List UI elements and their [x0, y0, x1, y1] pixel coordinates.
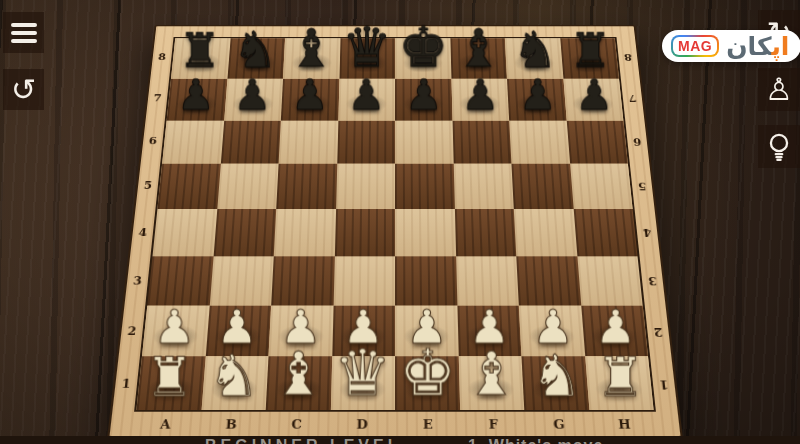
persian-wordmark: اپکان	[726, 34, 789, 59]
square-f3[interactable]	[456, 256, 519, 305]
square-f4[interactable]	[454, 209, 516, 256]
piece-white-pawn[interactable]: ♟	[153, 304, 195, 351]
square-b4[interactable]	[213, 209, 276, 256]
square-a5[interactable]	[157, 164, 220, 209]
wordmark-orange: اپ	[771, 32, 789, 61]
square-e5[interactable]	[395, 164, 454, 209]
lightbulb-icon	[765, 132, 793, 162]
status-bar: BEGINNER LEVEL 1. White's move	[0, 436, 800, 444]
restart-icon: ↺	[11, 75, 36, 105]
mag-badge: MAG	[671, 35, 719, 57]
hint-button[interactable]	[758, 125, 800, 168]
rank-label: 6	[625, 120, 649, 164]
file-label: C	[263, 414, 329, 437]
square-b3[interactable]	[209, 256, 273, 305]
square-h7[interactable]: ♟	[563, 79, 623, 121]
piece-white-king[interactable]: ♚	[399, 340, 456, 404]
file-label: B	[197, 414, 264, 437]
piece-black-king[interactable]: ♚	[398, 19, 448, 74]
file-label: G	[526, 414, 593, 437]
square-b1[interactable]: ♞	[201, 356, 268, 409]
file-label: F	[460, 414, 526, 437]
piece-white-rook[interactable]: ♜	[596, 350, 645, 404]
rank-label: 5	[630, 163, 655, 209]
chess-board[interactable]: 87654321 87654321 ABCDEFGH ♜♞♝♛♚♝♞♜♟♟♟♟♟…	[133, 0, 657, 444]
board-squares: ♜♞♝♛♚♝♞♜♟♟♟♟♟♟♟♟♟♟♟♟♟♟♟♟♜♞♝♛♚♝♞♜	[134, 37, 656, 412]
piece-black-pawn[interactable]: ♟	[405, 74, 443, 116]
square-e6[interactable]	[395, 120, 453, 163]
piece-black-knight[interactable]: ♞	[233, 25, 278, 75]
square-g6[interactable]	[509, 120, 569, 163]
piece-black-pawn[interactable]: ♟	[234, 74, 272, 116]
wordmark-gray: کان	[726, 32, 771, 61]
piece-black-knight[interactable]: ♞	[512, 25, 557, 75]
square-d6[interactable]	[337, 120, 395, 163]
file-label: D	[329, 414, 395, 437]
board-3d-tilt: 87654321 87654321 ABCDEFGH ♜♞♝♛♚♝♞♜♟♟♟♟♟…	[107, 25, 683, 438]
level-indicator: BEGINNER LEVEL	[205, 437, 401, 444]
square-b5[interactable]	[217, 164, 279, 209]
square-g7[interactable]: ♟	[507, 79, 566, 121]
file-label: E	[395, 414, 461, 437]
piece-black-pawn[interactable]: ♟	[291, 74, 329, 116]
square-b6[interactable]	[220, 120, 280, 163]
square-f6[interactable]	[452, 120, 511, 163]
square-f7[interactable]: ♟	[451, 79, 509, 121]
piece-white-queen[interactable]: ♛	[334, 340, 391, 404]
square-d4[interactable]	[334, 209, 395, 256]
square-h4[interactable]	[573, 209, 637, 256]
square-g5[interactable]	[511, 164, 573, 209]
square-a4[interactable]	[152, 209, 216, 256]
piece-black-pawn[interactable]: ♟	[177, 74, 215, 116]
square-h5[interactable]	[570, 164, 633, 209]
square-c7[interactable]: ♟	[281, 79, 339, 121]
square-f1[interactable]: ♝	[458, 356, 524, 409]
square-e3[interactable]	[395, 256, 457, 305]
square-g4[interactable]	[514, 209, 577, 256]
piece-black-pawn[interactable]: ♟	[576, 74, 614, 116]
piece-white-bishop[interactable]: ♝	[465, 345, 518, 405]
square-d7[interactable]: ♟	[338, 79, 395, 121]
square-g3[interactable]	[516, 256, 580, 305]
file-labels-bottom: ABCDEFGH	[131, 414, 658, 437]
piece-white-bishop[interactable]: ♝	[272, 345, 325, 405]
square-g1[interactable]: ♞	[521, 356, 588, 409]
square-a6[interactable]	[162, 120, 224, 163]
piece-white-knight[interactable]: ♞	[530, 347, 582, 404]
square-e7[interactable]: ♟	[395, 79, 452, 121]
mag-watermark-logo[interactable]: MAG اپکان	[662, 30, 800, 62]
rank-label: 7	[621, 78, 645, 120]
chess-app-screen: 87654321 87654321 ABCDEFGH ♜♞♝♛♚♝♞♜♟♟♟♟♟…	[0, 0, 800, 444]
square-e4[interactable]	[395, 209, 456, 256]
restart-button[interactable]: ↺	[3, 69, 44, 110]
square-a3[interactable]	[147, 256, 213, 305]
square-h3[interactable]	[577, 256, 643, 305]
piece-black-queen[interactable]: ♛	[342, 19, 392, 74]
mag-badge-text: MAG	[673, 37, 717, 55]
hamburger-icon	[11, 23, 37, 43]
square-h1[interactable]: ♜	[585, 356, 654, 409]
square-c1[interactable]: ♝	[266, 356, 332, 409]
file-label: A	[131, 414, 199, 437]
board-frame: 87654321 87654321 ABCDEFGH ♜♞♝♛♚♝♞♜♟♟♟♟♟…	[107, 25, 683, 438]
square-c5[interactable]	[276, 164, 337, 209]
piece-black-pawn[interactable]: ♟	[462, 74, 500, 116]
piece-black-rook[interactable]: ♜	[570, 27, 612, 74]
piece-black-bishop[interactable]: ♝	[456, 23, 502, 75]
square-b7[interactable]: ♟	[224, 79, 283, 121]
menu-button[interactable]	[3, 12, 44, 53]
choose-side-button[interactable]: ♙	[758, 68, 800, 111]
square-d3[interactable]	[333, 256, 395, 305]
square-a7[interactable]: ♟	[167, 79, 227, 121]
piece-black-pawn[interactable]: ♟	[519, 74, 557, 116]
piece-black-pawn[interactable]: ♟	[348, 74, 386, 116]
file-label: H	[591, 414, 659, 437]
square-c4[interactable]	[274, 209, 336, 256]
rank-label: 8	[616, 37, 639, 78]
piece-white-pawn[interactable]: ♟	[595, 304, 637, 351]
square-d5[interactable]	[336, 164, 395, 209]
square-h6[interactable]	[566, 120, 628, 163]
square-c3[interactable]	[271, 256, 334, 305]
square-a1[interactable]: ♜	[136, 356, 205, 409]
square-c6[interactable]	[279, 120, 338, 163]
piece-white-knight[interactable]: ♞	[208, 347, 260, 404]
pawn-icon: ♙	[765, 74, 793, 105]
square-e1[interactable]: ♚	[395, 356, 460, 409]
piece-white-rook[interactable]: ♜	[145, 350, 194, 404]
square-d1[interactable]: ♛	[330, 356, 395, 409]
turn-indicator: 1. White's move	[468, 437, 603, 444]
piece-black-bishop[interactable]: ♝	[288, 23, 334, 75]
piece-black-rook[interactable]: ♜	[178, 27, 220, 74]
square-f5[interactable]	[453, 164, 514, 209]
